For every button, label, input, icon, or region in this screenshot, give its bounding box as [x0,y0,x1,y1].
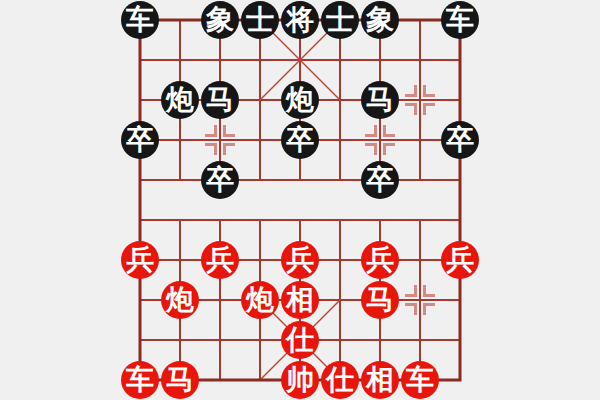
piece-black-advisor[interactable]: 士 [321,1,359,39]
piece-black-soldier[interactable]: 卒 [121,121,159,159]
piece-red-general[interactable]: 帅 [281,361,319,399]
marker-corner [405,285,417,297]
piece-black-chariot[interactable]: 车 [121,1,159,39]
piece-red-horse[interactable]: 马 [361,281,399,319]
piece-red-elephant[interactable]: 相 [281,281,319,319]
marker-corner [423,85,435,97]
piece-red-advisor[interactable]: 仕 [281,321,319,359]
piece-black-advisor[interactable]: 士 [241,1,279,39]
xiangqi-board[interactable]: 车象士将士象车炮马炮马卒卒卒卒卒兵兵兵兵兵炮炮相马仕车马帅仕相车 [120,0,480,400]
piece-black-soldier[interactable]: 卒 [441,121,479,159]
piece-black-general[interactable]: 将 [281,1,319,39]
piece-black-soldier[interactable]: 卒 [281,121,319,159]
marker-corner [423,285,435,297]
piece-red-soldier[interactable]: 兵 [441,241,479,279]
piece-red-cannon[interactable]: 炮 [161,281,199,319]
piece-black-cannon[interactable]: 炮 [281,81,319,119]
move-origin-marker [365,125,395,155]
piece-red-cannon[interactable]: 炮 [241,281,279,319]
move-origin-marker [205,125,235,155]
piece-black-soldier[interactable]: 卒 [361,161,399,199]
marker-corner [405,85,417,97]
move-origin-marker [405,85,435,115]
marker-corner [365,143,377,155]
piece-red-chariot[interactable]: 车 [121,361,159,399]
marker-corner [205,125,217,137]
piece-black-elephant[interactable]: 象 [201,1,239,39]
piece-black-horse[interactable]: 马 [361,81,399,119]
move-origin-marker [405,285,435,315]
piece-red-soldier[interactable]: 兵 [361,241,399,279]
piece-black-chariot[interactable]: 车 [441,1,479,39]
piece-black-cannon[interactable]: 炮 [161,81,199,119]
piece-red-chariot[interactable]: 车 [401,361,439,399]
piece-red-soldier[interactable]: 兵 [281,241,319,279]
marker-corner [383,125,395,137]
marker-corner [423,303,435,315]
piece-black-horse[interactable]: 马 [201,81,239,119]
piece-black-elephant[interactable]: 象 [361,1,399,39]
marker-corner [365,125,377,137]
piece-red-advisor[interactable]: 仕 [321,361,359,399]
marker-corner [405,103,417,115]
marker-corner [383,143,395,155]
piece-red-soldier[interactable]: 兵 [201,241,239,279]
marker-corner [405,303,417,315]
piece-black-soldier[interactable]: 卒 [201,161,239,199]
piece-red-horse[interactable]: 马 [161,361,199,399]
marker-corner [205,143,217,155]
xiangqi-app: 车象士将士象车炮马炮马卒卒卒卒卒兵兵兵兵兵炮炮相马仕车马帅仕相车 [0,0,600,400]
marker-corner [223,125,235,137]
marker-corner [223,143,235,155]
piece-red-soldier[interactable]: 兵 [121,241,159,279]
marker-corner [423,103,435,115]
piece-red-elephant[interactable]: 相 [361,361,399,399]
